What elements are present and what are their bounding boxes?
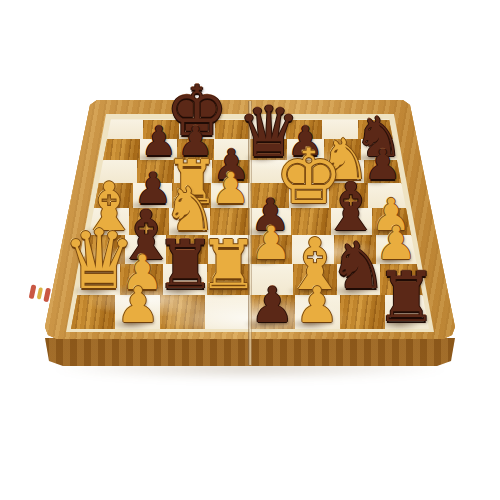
- piece-light-pawn-f1[interactable]: ♟: [295, 281, 339, 330]
- piece-dark-pawn-e1[interactable]: ♟: [250, 281, 294, 330]
- piece-light-pawn-d5[interactable]: ♟: [212, 167, 250, 210]
- square-a8[interactable]: [107, 120, 143, 140]
- chessboard-photo-scene: ♚♟♟♛♟♞♟♞♟♟♜♟♚♝♞♟♝♟♝♟♟♛♟♜♜♝♞♟♟♟♜: [0, 0, 500, 500]
- piece-light-pawn-b1[interactable]: ♟: [116, 281, 160, 330]
- piece-dark-rook-h1[interactable]: ♜: [376, 263, 438, 332]
